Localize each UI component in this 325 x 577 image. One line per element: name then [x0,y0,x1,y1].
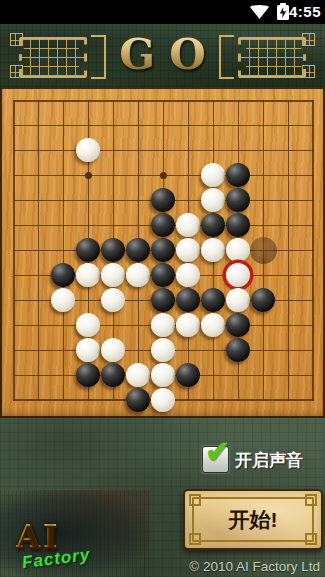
ghost-stone[interactable] [250,237,277,264]
black-stone[interactable] [151,288,175,312]
white-stone[interactable] [176,213,200,237]
black-stone[interactable] [226,313,250,337]
black-stone[interactable] [126,238,150,262]
app-screen: 4:55 GO ✔ 开启声音 开始! [0,0,325,577]
white-stone[interactable] [201,188,225,212]
black-stone[interactable] [176,363,200,387]
white-stone[interactable] [201,313,225,337]
black-stone[interactable] [151,188,175,212]
white-stone[interactable] [76,313,100,337]
star-point [160,172,167,179]
black-stone[interactable] [151,238,175,262]
white-stone[interactable] [176,238,200,262]
clock-text: 4:55 [289,3,321,20]
title-banner: GO [0,24,325,89]
sound-checkbox[interactable]: ✔ [202,446,229,473]
sound-checkbox-label[interactable]: 开启声音 [235,449,303,472]
white-stone[interactable] [51,288,75,312]
start-button[interactable]: 开始! [183,489,323,550]
black-stone[interactable] [151,263,175,287]
status-bar: 4:55 [0,0,325,24]
white-stone[interactable] [151,388,175,412]
ai-factory-logo: AI Factory [0,490,150,577]
white-stone[interactable] [126,363,150,387]
black-stone[interactable] [176,288,200,312]
black-stone[interactable] [101,363,125,387]
white-stone[interactable] [226,238,250,262]
black-stone[interactable] [226,163,250,187]
checkmark-icon: ✔ [205,437,230,467]
black-stone[interactable] [76,363,100,387]
black-stone[interactable] [76,238,100,262]
white-stone[interactable] [151,313,175,337]
app-title: GO [0,30,325,79]
white-stone[interactable] [151,363,175,387]
black-stone[interactable] [201,288,225,312]
white-stone[interactable] [201,238,225,262]
white-stone[interactable] [76,138,100,162]
white-stone[interactable] [201,163,225,187]
white-stone[interactable] [176,263,200,287]
black-stone[interactable] [251,288,275,312]
white-stone[interactable] [151,338,175,362]
copyright-text: © 2010 AI Factory Ltd [189,559,320,574]
black-stone[interactable] [151,213,175,237]
black-stone[interactable] [51,263,75,287]
black-stone[interactable] [126,388,150,412]
white-stone[interactable] [101,338,125,362]
white-stone[interactable] [76,338,100,362]
start-button-label: 开始! [185,506,321,534]
white-stone[interactable] [76,263,100,287]
wifi-icon [250,5,269,19]
white-stone[interactable] [176,313,200,337]
go-board[interactable] [0,87,325,418]
battery-charging-icon [277,3,289,20]
black-stone[interactable] [226,213,250,237]
black-stone[interactable] [226,338,250,362]
white-stone[interactable] [101,288,125,312]
white-stone-last-move[interactable] [226,263,250,287]
grid-line [288,100,289,401]
star-point [85,172,92,179]
white-stone[interactable] [101,263,125,287]
white-stone[interactable] [226,288,250,312]
grid-line [312,100,314,401]
black-stone[interactable] [201,213,225,237]
black-stone[interactable] [101,238,125,262]
white-stone[interactable] [126,263,150,287]
black-stone[interactable] [226,188,250,212]
